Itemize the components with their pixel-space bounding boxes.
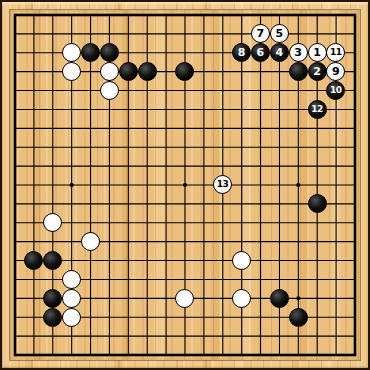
white-stone-F16[interactable] xyxy=(100,62,119,81)
move-7-white-stone-O18[interactable]: 7 xyxy=(251,24,270,43)
move-number: 2 xyxy=(313,66,321,77)
move-number: 10 xyxy=(330,86,342,95)
white-stone-C8[interactable] xyxy=(43,213,62,232)
black-stone-C6[interactable] xyxy=(43,251,62,270)
move-number: 13 xyxy=(217,180,229,189)
white-stone-K4[interactable] xyxy=(175,289,194,308)
move-3-white-stone-Q17[interactable]: 3 xyxy=(289,43,308,62)
go-board-diagram: 12345678910111213 xyxy=(0,0,370,370)
move-10-black-stone-S15[interactable]: 10 xyxy=(326,81,345,100)
white-stone-N4[interactable] xyxy=(232,289,251,308)
move-number: 3 xyxy=(294,47,302,58)
move-number: 5 xyxy=(275,28,283,39)
black-stone-Q16[interactable] xyxy=(289,62,308,81)
white-stone-D3[interactable] xyxy=(62,308,81,327)
black-stone-C4[interactable] xyxy=(43,289,62,308)
white-stone-F15[interactable] xyxy=(100,81,119,100)
white-stone-D16[interactable] xyxy=(62,62,81,81)
move-number: 4 xyxy=(275,47,283,58)
move-number: 12 xyxy=(311,105,323,114)
white-stone-D5[interactable] xyxy=(62,270,81,289)
white-stone-D4[interactable] xyxy=(62,289,81,308)
move-number: 11 xyxy=(330,48,342,57)
black-stone-K16[interactable] xyxy=(175,62,194,81)
white-stone-E7[interactable] xyxy=(81,232,100,251)
move-11-white-stone-S17[interactable]: 11 xyxy=(326,43,345,62)
black-stone-B6[interactable] xyxy=(24,251,43,270)
white-stone-D17[interactable] xyxy=(62,43,81,62)
move-2-black-stone-R16[interactable]: 2 xyxy=(308,62,327,81)
move-12-black-stone-R14[interactable]: 12 xyxy=(308,100,327,119)
move-6-black-stone-O17[interactable]: 6 xyxy=(251,43,270,62)
move-9-white-stone-S16[interactable]: 9 xyxy=(326,62,345,81)
white-stone-N6[interactable] xyxy=(232,251,251,270)
black-stone-G16[interactable] xyxy=(119,62,138,81)
move-number: 9 xyxy=(332,66,340,77)
black-stone-F17[interactable] xyxy=(100,43,119,62)
black-stone-P4[interactable] xyxy=(270,289,289,308)
black-stone-C3[interactable] xyxy=(43,308,62,327)
move-number: 6 xyxy=(257,47,265,58)
black-stone-E17[interactable] xyxy=(81,43,100,62)
move-5-white-stone-P18[interactable]: 5 xyxy=(270,24,289,43)
move-13-white-stone-M10[interactable]: 13 xyxy=(213,175,232,194)
move-8-black-stone-N17[interactable]: 8 xyxy=(232,43,251,62)
go-board[interactable]: 12345678910111213 xyxy=(10,10,360,360)
move-number: 8 xyxy=(238,47,246,58)
black-stone-H16[interactable] xyxy=(138,62,157,81)
black-stone-Q3[interactable] xyxy=(289,308,308,327)
move-1-white-stone-R17[interactable]: 1 xyxy=(308,43,327,62)
black-stone-R9[interactable] xyxy=(308,194,327,213)
move-number: 7 xyxy=(257,28,265,39)
stones-layer: 12345678910111213 xyxy=(6,6,365,365)
move-4-black-stone-P17[interactable]: 4 xyxy=(270,43,289,62)
move-number: 1 xyxy=(313,47,321,58)
